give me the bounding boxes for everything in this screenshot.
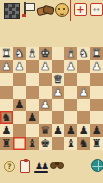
board-square[interactable]: ♞ (77, 137, 90, 150)
board-square[interactable] (0, 73, 13, 86)
board-square[interactable] (0, 99, 13, 112)
chess-piece-white-p[interactable]: ♟ (40, 61, 50, 72)
board-square[interactable] (26, 86, 39, 99)
chess-piece-black-p[interactable]: ♟ (79, 125, 89, 136)
flag-cloth (25, 3, 35, 11)
chess-piece-white-k[interactable]: ♚ (40, 48, 50, 59)
board-square[interactable] (52, 137, 65, 150)
board-square[interactable] (52, 99, 65, 112)
chess-piece-black-r[interactable]: ♜ (92, 138, 102, 149)
board-square[interactable]: ♟ (77, 86, 90, 99)
board-square[interactable] (39, 86, 52, 99)
board-square[interactable]: ♟ (26, 111, 39, 124)
board-square[interactable] (26, 99, 39, 112)
board-square[interactable] (64, 111, 77, 124)
chess-piece-black-p[interactable]: ♟ (92, 125, 102, 136)
board-square[interactable]: ♞ (77, 47, 90, 60)
clipboard-icon[interactable] (20, 160, 30, 173)
board-square[interactable]: ♟ (13, 60, 26, 73)
board-square[interactable]: ♛ (39, 124, 52, 137)
board-square[interactable]: ♜ (90, 137, 103, 150)
clipboard-clip (24, 159, 28, 162)
top-toolbar: + ↔ (0, 0, 103, 22)
binoculars-bridge (55, 162, 59, 165)
flag-icon[interactable] (22, 2, 34, 17)
board-square[interactable] (52, 60, 65, 73)
board-square[interactable] (77, 60, 90, 73)
handshake-icon[interactable] (37, 5, 53, 15)
chess-piece-black-q[interactable]: ♛ (40, 125, 50, 136)
chess-piece-black-p[interactable]: ♟ (14, 99, 24, 110)
chess-app-window: + ↔ ♜♞♝♚♝♞♜♟♟♟♟♟♛♟♟♟♟♞♟♟♛♟♟♟♟♜♝♚♝♞♜ ? ♟♟ (0, 0, 103, 183)
board-square[interactable] (64, 99, 77, 112)
board-square[interactable]: ♚ (39, 137, 52, 150)
chess-piece-white-p[interactable]: ♟ (40, 99, 50, 110)
board-square[interactable] (26, 124, 39, 137)
chess-piece-white-p[interactable]: ♟ (14, 61, 24, 72)
board-square[interactable] (39, 111, 52, 124)
chess-piece-white-r[interactable]: ♜ (2, 48, 12, 59)
board-square[interactable]: ♝ (26, 137, 39, 150)
face-eye (58, 8, 60, 10)
board-square[interactable] (39, 73, 52, 86)
chess-piece-black-k[interactable]: ♚ (40, 138, 50, 149)
chess-piece-black-p[interactable]: ♟ (66, 125, 76, 136)
board-square[interactable] (90, 86, 103, 99)
face-eye (63, 8, 65, 10)
board-square[interactable]: ♟ (90, 60, 103, 73)
swap-sides-button[interactable]: ↔ (90, 3, 103, 16)
chess-piece-white-p[interactable]: ♟ (66, 61, 76, 72)
flag-base (22, 14, 26, 17)
board-square[interactable] (26, 60, 39, 73)
help-icon[interactable]: ? (4, 161, 15, 172)
chess-piece-white-b[interactable]: ♝ (27, 48, 37, 59)
board-square[interactable]: ♟ (39, 60, 52, 73)
board-square[interactable] (90, 99, 103, 112)
board-square[interactable]: ♟ (0, 124, 13, 137)
toolbar-divider (70, 0, 71, 21)
board-square[interactable] (64, 86, 77, 99)
chess-piece-white-p[interactable]: ♟ (2, 61, 12, 72)
pieces-base (34, 171, 48, 173)
chess-piece-white-r[interactable]: ♜ (92, 48, 102, 59)
board-square[interactable]: ♛ (52, 73, 65, 86)
chess-piece-white-n[interactable]: ♞ (14, 48, 24, 59)
board-square[interactable] (13, 73, 26, 86)
board-square[interactable]: ♟ (52, 86, 65, 99)
chess-piece-black-b[interactable]: ♝ (27, 138, 37, 149)
chess-piece-black-n[interactable]: ♞ (2, 112, 12, 123)
board-square[interactable] (0, 86, 13, 99)
globe-icon[interactable] (91, 159, 103, 172)
chess-piece-white-n[interactable]: ♞ (79, 48, 89, 59)
board-square[interactable]: ♟ (52, 124, 65, 137)
chess-piece-black-p[interactable]: ♟ (53, 125, 63, 136)
board-square[interactable]: ♝ (26, 47, 39, 60)
chess-piece-black-p[interactable]: ♟ (2, 125, 12, 136)
board-square[interactable] (77, 73, 90, 86)
chess-piece-white-b[interactable]: ♝ (66, 48, 76, 59)
chess-piece-black-r[interactable]: ♜ (2, 138, 12, 149)
board-square[interactable]: ♜ (0, 47, 13, 60)
chess-piece-black-b[interactable]: ♝ (66, 138, 76, 149)
face-mouth (60, 12, 64, 15)
board-square[interactable] (13, 111, 26, 124)
board-square[interactable] (77, 111, 90, 124)
board-square[interactable] (13, 86, 26, 99)
board-square[interactable] (52, 47, 65, 60)
board-square[interactable]: ♜ (90, 47, 103, 60)
board-square[interactable] (26, 73, 39, 86)
board-square[interactable] (77, 99, 90, 112)
board-square[interactable] (13, 137, 26, 150)
binoculars-icon[interactable] (50, 162, 64, 170)
board-square[interactable]: ♚ (39, 47, 52, 60)
chess-piece-white-p[interactable]: ♟ (92, 61, 102, 72)
board-icon[interactable] (4, 3, 20, 19)
chess-board[interactable]: ♜♞♝♚♝♞♜♟♟♟♟♟♛♟♟♟♟♞♟♟♛♟♟♟♟♜♝♚♝♞♜ (0, 47, 103, 150)
add-button[interactable]: + (74, 3, 87, 16)
face-icon[interactable] (55, 3, 69, 17)
bottom-toolbar: ? ♟♟ (0, 150, 103, 183)
board-square[interactable] (90, 73, 103, 86)
chess-piece-white-p[interactable]: ♟ (53, 87, 63, 98)
board-square[interactable] (52, 111, 65, 124)
board-square[interactable]: ♟ (0, 60, 13, 73)
board-square[interactable]: ♟ (64, 124, 77, 137)
board-square[interactable] (13, 124, 26, 137)
board-square[interactable]: ♜ (0, 137, 13, 150)
board-square[interactable] (90, 111, 103, 124)
board-square[interactable]: ♞ (13, 47, 26, 60)
chess-piece-black-p[interactable]: ♟ (27, 112, 37, 123)
board-square[interactable]: ♞ (0, 111, 13, 124)
board-square[interactable]: ♝ (64, 47, 77, 60)
board-square[interactable]: ♝ (64, 137, 77, 150)
pieces-icon[interactable]: ♟♟ (33, 159, 49, 173)
board-square[interactable]: ♟ (64, 60, 77, 73)
board-square[interactable]: ♟ (77, 124, 90, 137)
chess-piece-black-n[interactable]: ♞ (79, 138, 89, 149)
board-square[interactable]: ♟ (39, 99, 52, 112)
board-square[interactable]: ♟ (90, 124, 103, 137)
chess-piece-white-p[interactable]: ♟ (79, 87, 89, 98)
board-square[interactable]: ♟ (13, 99, 26, 112)
chess-piece-white-q[interactable]: ♛ (53, 74, 63, 85)
board-square[interactable] (64, 73, 77, 86)
